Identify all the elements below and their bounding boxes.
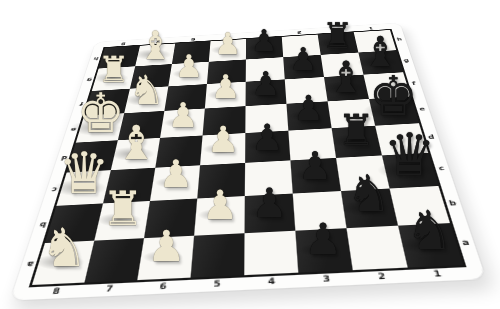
square-g4	[246, 57, 285, 82]
square-c7	[103, 168, 155, 204]
square-h3	[282, 35, 321, 58]
rank-label-near: 3	[298, 271, 355, 288]
square-a5	[191, 233, 245, 277]
square-b6	[144, 199, 197, 239]
square-h1	[354, 30, 397, 53]
square-c3	[290, 158, 341, 194]
square-d4	[245, 131, 290, 163]
square-d2	[332, 126, 382, 158]
square-e3	[286, 101, 331, 130]
square-e1	[369, 97, 419, 126]
square-g2	[321, 53, 364, 77]
square-e4	[245, 104, 288, 133]
rank-label-near: 8	[27, 283, 84, 300]
square-f3	[285, 77, 328, 104]
square-b5	[194, 196, 245, 236]
square-h2	[318, 32, 359, 55]
square-f4	[246, 79, 287, 106]
square-h6	[172, 41, 211, 64]
square-f2	[324, 75, 369, 102]
rank-label-near: 7	[81, 281, 137, 298]
square-c5	[197, 163, 245, 199]
square-e6	[160, 109, 205, 138]
rank-label-near: 1	[408, 266, 468, 283]
square-h8	[99, 46, 140, 69]
square-a3	[295, 228, 352, 272]
square-e7	[118, 111, 165, 140]
square-g6	[168, 62, 208, 87]
square-b3	[293, 191, 347, 231]
square-b7	[94, 201, 150, 241]
square-d3	[288, 128, 336, 160]
square-c6	[150, 165, 200, 201]
rank-label-near: 4	[244, 273, 299, 290]
rank-label-near: 6	[135, 278, 191, 295]
square-g7	[130, 64, 172, 89]
square-h5	[209, 39, 246, 62]
chess-set-photo: 8877665544332211hhggffeeddccbbaa ♚♛♜♜♝♝♞…	[0, 0, 500, 309]
square-b2	[341, 189, 398, 229]
rank-label-near: 2	[353, 268, 411, 285]
square-a7	[84, 238, 144, 282]
rank-label-near: 5	[189, 276, 244, 293]
square-d5	[200, 133, 245, 165]
square-e5	[203, 106, 246, 135]
square-a4	[244, 231, 298, 275]
square-g3	[283, 55, 324, 80]
square-a2	[347, 226, 408, 270]
square-f6	[164, 84, 207, 111]
square-h7	[135, 44, 175, 67]
square-h4	[246, 37, 283, 60]
square-c4	[245, 160, 293, 196]
square-g5	[207, 59, 246, 84]
square-f5	[205, 82, 246, 109]
square-g8	[92, 66, 135, 91]
square-c2	[336, 155, 390, 191]
square-a6	[137, 236, 194, 280]
square-f1	[363, 72, 410, 99]
square-g1	[358, 50, 403, 74]
chess-mat-3d: 8877665544332211hhggffeeddccbbaa	[32, 30, 463, 285]
square-d7	[111, 138, 160, 170]
square-d6	[155, 135, 202, 167]
square-f7	[124, 86, 168, 113]
square-b4	[245, 194, 296, 234]
square-e2	[328, 99, 376, 128]
